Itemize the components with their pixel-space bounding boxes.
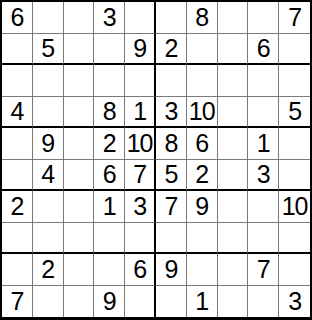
cell-r1-c10[interactable]: 7 bbox=[279, 2, 310, 34]
cell-r7-c2[interactable] bbox=[33, 191, 64, 223]
cell-r10-c1[interactable]: 7 bbox=[2, 286, 33, 318]
cell-r8-c7[interactable] bbox=[187, 223, 218, 255]
cell-r4-c10[interactable]: 5 bbox=[279, 97, 310, 129]
cell-r10-c9[interactable] bbox=[248, 286, 279, 318]
cell-r5-c10[interactable] bbox=[279, 128, 310, 160]
cell-r8-c2[interactable] bbox=[33, 223, 64, 255]
cell-r4-c5[interactable]: 1 bbox=[125, 97, 156, 129]
cell-r10-c5[interactable] bbox=[125, 286, 156, 318]
cell-r3-c1[interactable] bbox=[2, 65, 33, 97]
cell-r3-c5[interactable] bbox=[125, 65, 156, 97]
cell-r2-c10[interactable] bbox=[279, 34, 310, 66]
cell-r6-c1[interactable] bbox=[2, 160, 33, 192]
cell-r10-c7[interactable]: 1 bbox=[187, 286, 218, 318]
cell-r3-c4[interactable] bbox=[94, 65, 125, 97]
cell-r10-c2[interactable] bbox=[33, 286, 64, 318]
cell-r2-c5[interactable]: 9 bbox=[125, 34, 156, 66]
cell-r7-c8[interactable] bbox=[218, 191, 249, 223]
cell-r10-c3[interactable] bbox=[64, 286, 95, 318]
cell-r5-c7[interactable]: 6 bbox=[187, 128, 218, 160]
cell-r5-c4[interactable]: 2 bbox=[94, 128, 125, 160]
cell-r1-c4[interactable]: 3 bbox=[94, 2, 125, 34]
cell-r7-c7[interactable]: 9 bbox=[187, 191, 218, 223]
cell-r3-c9[interactable] bbox=[248, 65, 279, 97]
cell-r2-c4[interactable] bbox=[94, 34, 125, 66]
cell-r3-c3[interactable] bbox=[64, 65, 95, 97]
cell-r2-c2[interactable]: 5 bbox=[33, 34, 64, 66]
cell-r2-c7[interactable] bbox=[187, 34, 218, 66]
cell-r9-c2[interactable]: 2 bbox=[33, 254, 64, 286]
cell-r1-c5[interactable] bbox=[125, 2, 156, 34]
cell-r8-c3[interactable] bbox=[64, 223, 95, 255]
cell-r6-c10[interactable] bbox=[279, 160, 310, 192]
cell-r1-c3[interactable] bbox=[64, 2, 95, 34]
cell-r5-c6[interactable]: 8 bbox=[156, 128, 187, 160]
cell-r5-c9[interactable]: 1 bbox=[248, 128, 279, 160]
cell-r7-c6[interactable]: 7 bbox=[156, 191, 187, 223]
cell-r7-c3[interactable] bbox=[64, 191, 95, 223]
sudoku-board: 6387592648131059210861467523213791026977… bbox=[0, 0, 312, 320]
cell-r9-c3[interactable] bbox=[64, 254, 95, 286]
cell-r1-c2[interactable] bbox=[33, 2, 64, 34]
cell-r3-c10[interactable] bbox=[279, 65, 310, 97]
cell-r6-c4[interactable]: 6 bbox=[94, 160, 125, 192]
cell-r7-c9[interactable] bbox=[248, 191, 279, 223]
cell-r6-c2[interactable]: 4 bbox=[33, 160, 64, 192]
cell-r8-c9[interactable] bbox=[248, 223, 279, 255]
cell-r7-c1[interactable]: 2 bbox=[2, 191, 33, 223]
cell-r6-c6[interactable]: 5 bbox=[156, 160, 187, 192]
cell-r1-c1[interactable]: 6 bbox=[2, 2, 33, 34]
cell-r9-c6[interactable]: 9 bbox=[156, 254, 187, 286]
cell-r8-c4[interactable] bbox=[94, 223, 125, 255]
cell-r6-c8[interactable] bbox=[218, 160, 249, 192]
cell-r2-c8[interactable] bbox=[218, 34, 249, 66]
cell-r6-c3[interactable] bbox=[64, 160, 95, 192]
cell-r7-c5[interactable]: 3 bbox=[125, 191, 156, 223]
cell-r6-c5[interactable]: 7 bbox=[125, 160, 156, 192]
cell-r8-c8[interactable] bbox=[218, 223, 249, 255]
cell-r2-c6[interactable]: 2 bbox=[156, 34, 187, 66]
cell-r5-c3[interactable] bbox=[64, 128, 95, 160]
cell-r9-c1[interactable] bbox=[2, 254, 33, 286]
cell-r4-c8[interactable] bbox=[218, 97, 249, 129]
cell-r8-c5[interactable] bbox=[125, 223, 156, 255]
cell-r10-c6[interactable] bbox=[156, 286, 187, 318]
cell-r1-c6[interactable] bbox=[156, 2, 187, 34]
cell-r4-c3[interactable] bbox=[64, 97, 95, 129]
cell-r7-c4[interactable]: 1 bbox=[94, 191, 125, 223]
cell-r2-c3[interactable] bbox=[64, 34, 95, 66]
cell-r6-c7[interactable]: 2 bbox=[187, 160, 218, 192]
cell-r1-c8[interactable] bbox=[218, 2, 249, 34]
cell-r7-c10[interactable]: 10 bbox=[279, 191, 310, 223]
cell-r9-c9[interactable]: 7 bbox=[248, 254, 279, 286]
cell-r4-c2[interactable] bbox=[33, 97, 64, 129]
cell-r9-c7[interactable] bbox=[187, 254, 218, 286]
cell-r4-c4[interactable]: 8 bbox=[94, 97, 125, 129]
cell-r9-c5[interactable]: 6 bbox=[125, 254, 156, 286]
cell-r2-c9[interactable]: 6 bbox=[248, 34, 279, 66]
cell-r4-c9[interactable] bbox=[248, 97, 279, 129]
cell-r4-c7[interactable]: 10 bbox=[187, 97, 218, 129]
cell-r1-c9[interactable] bbox=[248, 2, 279, 34]
cell-r10-c10[interactable]: 3 bbox=[279, 286, 310, 318]
cell-r5-c5[interactable]: 10 bbox=[125, 128, 156, 160]
cell-r5-c2[interactable]: 9 bbox=[33, 128, 64, 160]
cell-r4-c6[interactable]: 3 bbox=[156, 97, 187, 129]
cell-r9-c10[interactable] bbox=[279, 254, 310, 286]
cell-r3-c6[interactable] bbox=[156, 65, 187, 97]
cell-r6-c9[interactable]: 3 bbox=[248, 160, 279, 192]
cell-r2-c1[interactable] bbox=[2, 34, 33, 66]
cell-r3-c2[interactable] bbox=[33, 65, 64, 97]
cell-r10-c8[interactable] bbox=[218, 286, 249, 318]
cell-r9-c4[interactable] bbox=[94, 254, 125, 286]
cell-r10-c4[interactable]: 9 bbox=[94, 286, 125, 318]
cell-r3-c8[interactable] bbox=[218, 65, 249, 97]
cell-r8-c1[interactable] bbox=[2, 223, 33, 255]
cell-r4-c1[interactable]: 4 bbox=[2, 97, 33, 129]
cell-r8-c10[interactable] bbox=[279, 223, 310, 255]
cell-r5-c1[interactable] bbox=[2, 128, 33, 160]
cell-r9-c8[interactable] bbox=[218, 254, 249, 286]
cell-r3-c7[interactable] bbox=[187, 65, 218, 97]
cell-r1-c7[interactable]: 8 bbox=[187, 2, 218, 34]
cell-r8-c6[interactable] bbox=[156, 223, 187, 255]
cell-r5-c8[interactable] bbox=[218, 128, 249, 160]
